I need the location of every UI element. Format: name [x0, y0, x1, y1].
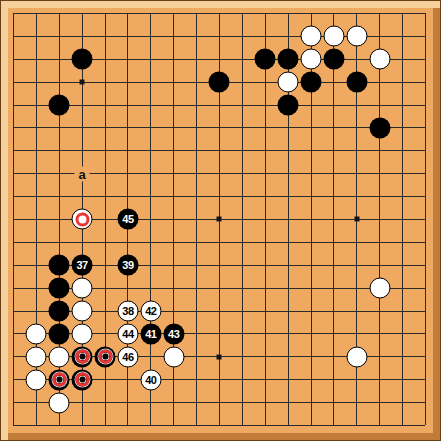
intersection: [414, 2, 437, 25]
intersection: [414, 25, 437, 48]
intersection: [345, 277, 368, 300]
intersection: [322, 71, 345, 94]
intersection: [208, 345, 231, 368]
intersection: [48, 231, 71, 254]
intersection: [208, 162, 231, 185]
intersection: [368, 116, 391, 139]
intersection: [94, 208, 117, 231]
intersection: [254, 414, 277, 437]
white-stone: [369, 278, 390, 299]
intersection: [345, 231, 368, 254]
board-label-a: a: [75, 166, 90, 181]
intersection: [345, 254, 368, 277]
intersection: [94, 48, 117, 71]
intersection: [139, 231, 162, 254]
black-stone: [49, 95, 70, 116]
intersection: [48, 94, 71, 117]
intersection: [208, 185, 231, 208]
intersection: [71, 368, 94, 391]
intersection: [71, 185, 94, 208]
intersection: [414, 414, 437, 437]
intersection: [48, 185, 71, 208]
intersection: [25, 345, 48, 368]
intersection: [414, 391, 437, 414]
intersection: [322, 162, 345, 185]
intersection: [414, 139, 437, 162]
intersection: [162, 162, 185, 185]
intersection: [254, 368, 277, 391]
intersection: [71, 94, 94, 117]
intersection: [2, 162, 25, 185]
intersection: [71, 71, 94, 94]
intersection: [231, 208, 254, 231]
intersection: [116, 414, 139, 437]
white-stone: [301, 49, 322, 70]
intersection: [231, 391, 254, 414]
intersection: [231, 94, 254, 117]
black-stone: [49, 255, 70, 276]
intersection: [71, 139, 94, 162]
intersection: [345, 368, 368, 391]
intersection: [139, 414, 162, 437]
intersection: [322, 277, 345, 300]
intersection: [391, 368, 414, 391]
intersection: [368, 208, 391, 231]
intersection: [231, 254, 254, 277]
intersection: [277, 231, 300, 254]
intersection: [185, 391, 208, 414]
intersection: [345, 71, 368, 94]
intersection: [254, 162, 277, 185]
intersection: [2, 25, 25, 48]
intersection: [162, 254, 185, 277]
intersection: [116, 185, 139, 208]
intersection: [94, 345, 117, 368]
intersection: [94, 25, 117, 48]
white-stone-numbered: 44: [117, 323, 138, 344]
intersection: [254, 185, 277, 208]
intersection: [208, 94, 231, 117]
intersection: [2, 139, 25, 162]
intersection: [414, 345, 437, 368]
intersection: [71, 25, 94, 48]
intersection: [185, 322, 208, 345]
white-stone-numbered: 38: [117, 301, 138, 322]
intersection: [2, 300, 25, 323]
intersection: [116, 71, 139, 94]
intersection: [48, 254, 71, 277]
intersection: [414, 185, 437, 208]
intersection: [48, 2, 71, 25]
intersection: [116, 94, 139, 117]
intersection: [391, 254, 414, 277]
intersection: [162, 139, 185, 162]
circle-mark: [75, 373, 89, 387]
intersection: [277, 116, 300, 139]
intersection: [208, 300, 231, 323]
intersection: [277, 139, 300, 162]
intersection: [322, 345, 345, 368]
intersection: [162, 185, 185, 208]
white-stone: [323, 26, 344, 47]
star-point: [80, 80, 85, 85]
intersection: [48, 414, 71, 437]
intersection: [254, 254, 277, 277]
intersection: [162, 2, 185, 25]
intersection: 44: [116, 322, 139, 345]
intersection: [345, 48, 368, 71]
intersection: [300, 277, 323, 300]
intersection: [368, 300, 391, 323]
star-point: [217, 217, 222, 222]
intersection: [116, 368, 139, 391]
intersection: [25, 277, 48, 300]
intersection: [25, 391, 48, 414]
intersection: [185, 277, 208, 300]
intersection: [162, 368, 185, 391]
intersection: [94, 2, 117, 25]
intersection: [231, 277, 254, 300]
intersection: [254, 322, 277, 345]
circle-mark: [75, 350, 89, 364]
white-stone-circled: [72, 209, 93, 230]
intersection: [162, 300, 185, 323]
intersection: [208, 2, 231, 25]
intersection: [25, 2, 48, 25]
intersection: [139, 208, 162, 231]
intersection: [300, 368, 323, 391]
intersection: [414, 116, 437, 139]
intersection: [162, 208, 185, 231]
intersection: [94, 231, 117, 254]
intersection: [48, 116, 71, 139]
intersection: [116, 2, 139, 25]
intersection: [414, 208, 437, 231]
white-stone: [72, 323, 93, 344]
intersection: [368, 139, 391, 162]
intersection: [391, 322, 414, 345]
intersection: [48, 139, 71, 162]
intersection: [2, 231, 25, 254]
intersection: [322, 139, 345, 162]
intersection: [322, 391, 345, 414]
black-stone-numbered: 45: [117, 209, 138, 230]
intersection: [48, 368, 71, 391]
intersection: [300, 162, 323, 185]
white-stone: [346, 346, 367, 367]
intersection: [2, 94, 25, 117]
intersection: [254, 25, 277, 48]
intersection: [368, 231, 391, 254]
intersection: [94, 300, 117, 323]
intersection: [2, 71, 25, 94]
white-stone: [26, 323, 47, 344]
intersection: [2, 2, 25, 25]
intersection: [231, 345, 254, 368]
intersection: [208, 254, 231, 277]
intersection: 37: [71, 254, 94, 277]
intersection: [25, 25, 48, 48]
intersection: [48, 162, 71, 185]
white-stone: [346, 26, 367, 47]
intersection: [2, 254, 25, 277]
intersection: [71, 300, 94, 323]
intersection: [414, 368, 437, 391]
intersection: [71, 2, 94, 25]
intersection: [345, 185, 368, 208]
intersection: [231, 322, 254, 345]
intersection: [162, 71, 185, 94]
intersection: [254, 94, 277, 117]
intersection: [71, 414, 94, 437]
intersection: [48, 345, 71, 368]
intersection: [139, 254, 162, 277]
intersection: [391, 208, 414, 231]
intersection: [185, 2, 208, 25]
intersection: [391, 231, 414, 254]
intersection: [391, 48, 414, 71]
intersection: 39: [116, 254, 139, 277]
star-point: [217, 354, 222, 359]
intersection: [208, 139, 231, 162]
intersection: [368, 71, 391, 94]
intersection: [368, 94, 391, 117]
intersection: [25, 414, 48, 437]
intersection: [208, 322, 231, 345]
intersection: [414, 94, 437, 117]
intersection: [71, 322, 94, 345]
black-stone: [346, 72, 367, 93]
intersection: [322, 254, 345, 277]
intersection: [277, 94, 300, 117]
intersection: [322, 300, 345, 323]
intersection: [139, 2, 162, 25]
intersection: [25, 48, 48, 71]
intersection: [368, 162, 391, 185]
intersection: [231, 2, 254, 25]
intersection: [254, 277, 277, 300]
intersection: 40: [139, 368, 162, 391]
intersection: [254, 231, 277, 254]
white-stone: [26, 346, 47, 367]
intersection: [185, 368, 208, 391]
intersection: [231, 368, 254, 391]
intersection: [300, 254, 323, 277]
intersection: [48, 277, 71, 300]
intersection: [139, 71, 162, 94]
black-stone-numbered: 37: [72, 255, 93, 276]
intersection: [391, 185, 414, 208]
intersection: 43: [162, 322, 185, 345]
intersection: [231, 231, 254, 254]
intersection: [2, 116, 25, 139]
intersection: [94, 322, 117, 345]
intersection: [139, 25, 162, 48]
intersection: [322, 116, 345, 139]
intersection: [25, 368, 48, 391]
intersection: [2, 391, 25, 414]
white-stone-numbered: 42: [140, 301, 161, 322]
intersection: [368, 254, 391, 277]
white-stone-numbered: 40: [140, 369, 161, 390]
intersection: [185, 208, 208, 231]
intersection: [345, 300, 368, 323]
black-stone-numbered: 39: [117, 255, 138, 276]
black-stone: [49, 301, 70, 322]
intersection: [300, 139, 323, 162]
intersection: [162, 391, 185, 414]
intersection: [254, 116, 277, 139]
intersection: [162, 48, 185, 71]
intersection: [300, 116, 323, 139]
intersection: [116, 162, 139, 185]
intersection: [231, 139, 254, 162]
intersection: [322, 48, 345, 71]
intersection: [185, 185, 208, 208]
intersection: 45: [116, 208, 139, 231]
white-stone: [72, 301, 93, 322]
intersection: [277, 162, 300, 185]
intersection: [300, 48, 323, 71]
intersection: [48, 71, 71, 94]
intersection: [25, 116, 48, 139]
intersection: [48, 25, 71, 48]
intersection: [345, 94, 368, 117]
black-stone: [49, 323, 70, 344]
intersection: [368, 25, 391, 48]
intersection: [231, 71, 254, 94]
intersection: [345, 322, 368, 345]
intersection: [277, 2, 300, 25]
intersection: [25, 71, 48, 94]
intersection: [208, 25, 231, 48]
intersection: [414, 277, 437, 300]
intersection: [300, 300, 323, 323]
intersection: [139, 48, 162, 71]
intersection: [94, 391, 117, 414]
intersection: [139, 139, 162, 162]
intersection: [48, 48, 71, 71]
white-stone: [301, 26, 322, 47]
intersection: [94, 116, 117, 139]
intersection: [139, 116, 162, 139]
intersection: [139, 277, 162, 300]
intersection: [391, 116, 414, 139]
intersection: [300, 414, 323, 437]
black-stone-numbered: 43: [163, 323, 184, 344]
intersection: [25, 231, 48, 254]
intersection: [254, 345, 277, 368]
intersection: [48, 208, 71, 231]
circle-mark: [75, 212, 89, 226]
intersection: [277, 25, 300, 48]
intersection: [322, 94, 345, 117]
intersection: [71, 391, 94, 414]
intersection: [391, 300, 414, 323]
white-stone: [26, 369, 47, 390]
intersection: [208, 277, 231, 300]
intersection: [208, 414, 231, 437]
intersection: [162, 94, 185, 117]
white-stone: [49, 392, 70, 413]
intersection: [94, 254, 117, 277]
intersection: [391, 391, 414, 414]
intersection: [345, 345, 368, 368]
intersection: [231, 48, 254, 71]
intersection: [345, 414, 368, 437]
intersection: [300, 94, 323, 117]
intersection: [322, 2, 345, 25]
black-stone: [278, 49, 299, 70]
intersection: [94, 71, 117, 94]
intersection: [300, 2, 323, 25]
intersection: [414, 162, 437, 185]
white-stone: [72, 278, 93, 299]
intersection: [185, 48, 208, 71]
intersection: [300, 322, 323, 345]
intersection: [414, 300, 437, 323]
black-stone: [369, 117, 390, 138]
intersection: [414, 71, 437, 94]
intersection: [300, 71, 323, 94]
intersection: [208, 231, 231, 254]
intersection: [368, 391, 391, 414]
intersection: [277, 254, 300, 277]
intersection: [345, 2, 368, 25]
intersection: [2, 277, 25, 300]
intersection: [368, 322, 391, 345]
intersection: [277, 277, 300, 300]
intersection: [322, 322, 345, 345]
intersection: [231, 414, 254, 437]
intersection: [139, 94, 162, 117]
intersection: [48, 391, 71, 414]
intersection: [322, 368, 345, 391]
intersection: [391, 277, 414, 300]
intersection: [391, 162, 414, 185]
intersection: [414, 231, 437, 254]
intersection: [139, 391, 162, 414]
intersection: 41: [139, 322, 162, 345]
intersection: [71, 116, 94, 139]
intersection: [48, 322, 71, 345]
intersection: [185, 71, 208, 94]
intersection: [185, 231, 208, 254]
intersection: [345, 208, 368, 231]
intersection: [300, 391, 323, 414]
intersection: a: [71, 162, 94, 185]
black-stone-numbered: 41: [140, 323, 161, 344]
intersection: [25, 185, 48, 208]
intersection: [254, 2, 277, 25]
intersection: [391, 2, 414, 25]
intersection: [185, 300, 208, 323]
black-stone: [209, 72, 230, 93]
intersection: [368, 277, 391, 300]
intersection: [25, 300, 48, 323]
intersection: [116, 277, 139, 300]
intersection: [345, 139, 368, 162]
white-stone-numbered: 46: [117, 346, 138, 367]
intersection: [94, 414, 117, 437]
intersection: [414, 254, 437, 277]
intersection: [391, 71, 414, 94]
intersection: [208, 48, 231, 71]
black-stone-circled: [72, 369, 93, 390]
black-stone: [255, 49, 276, 70]
intersection: [185, 116, 208, 139]
intersection: [94, 162, 117, 185]
